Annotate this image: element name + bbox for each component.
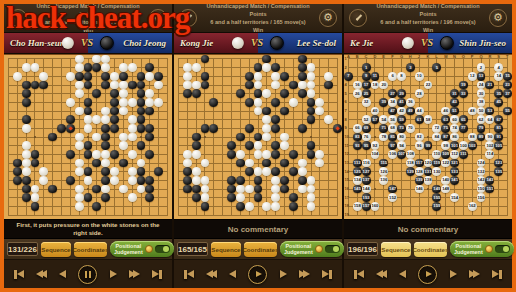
white-stone: 162 (468, 202, 477, 211)
positional-judgement-button[interactable]: Positional Judgement (450, 241, 514, 257)
skip-end-button[interactable] (322, 270, 332, 279)
black-stone: 71 (379, 124, 388, 133)
white-stone (75, 107, 84, 116)
coordinates-button[interactable]: Coordinates (414, 242, 447, 257)
black-stone (13, 167, 22, 176)
black-stone: 137 (362, 176, 371, 185)
black-stone (22, 115, 31, 124)
white-stone: 152 (388, 193, 397, 202)
black-stone: 75 (441, 124, 450, 133)
white-stone: 76 (362, 133, 371, 142)
white-stone (22, 141, 31, 150)
black-stone (236, 176, 245, 185)
fast-forward-button[interactable] (299, 270, 311, 278)
white-stone: 18 (371, 81, 380, 90)
playback-bar (4, 259, 172, 288)
black-stone (289, 167, 298, 176)
black-stone: 129 (406, 167, 415, 176)
go-board[interactable]: ABCDEFGHJKLMNOPQRST123456789101112131415… (344, 54, 512, 220)
white-stone: 80 (397, 133, 406, 142)
black-stone (183, 89, 192, 98)
black-stone: 7 (344, 72, 353, 81)
white-stone: 94 (397, 141, 406, 150)
black-stone (192, 133, 201, 142)
white-stone (262, 167, 271, 176)
white-stone: 108 (406, 150, 415, 159)
fast-rewind-button[interactable] (206, 270, 218, 278)
white-stone (307, 176, 316, 185)
white-stone (84, 124, 93, 133)
white-stone: 114 (485, 150, 494, 159)
sequence-button[interactable]: Sequence (41, 242, 71, 257)
white-stone (271, 185, 280, 194)
white-stone: 132 (477, 167, 486, 176)
white-stone (271, 193, 280, 202)
white-stone (280, 133, 289, 142)
black-stone (280, 176, 289, 185)
white-stone: 48 (468, 107, 477, 116)
positional-toggle[interactable] (495, 245, 510, 253)
match-title: Unhandicapped Match / Compensation Point… (36, 2, 140, 34)
white-stone: 90 (485, 133, 494, 142)
black-stone: 141 (450, 176, 459, 185)
column-letter-label: E (382, 55, 385, 59)
match-title-line1: Unhandicapped Match / Compensation Point… (376, 2, 480, 18)
black-stone: 23 (503, 81, 512, 90)
black-stone: 159 (432, 202, 441, 211)
player-left-name: Ke Jie (350, 38, 373, 48)
white-stone (254, 150, 263, 159)
black-stone (201, 72, 210, 81)
black-stone (227, 176, 236, 185)
pause-icon (78, 265, 97, 284)
step-back-button[interactable] (399, 270, 406, 278)
coin-icon (485, 245, 493, 253)
skip-start-button[interactable] (14, 270, 24, 279)
black-stone: 91 (494, 133, 503, 142)
black-stone (57, 124, 66, 133)
white-stone: 38 (477, 98, 486, 107)
black-stone (137, 89, 146, 98)
white-stone (75, 202, 84, 211)
positional-judgement-button[interactable]: Positional Judgement (110, 241, 174, 257)
black-stone: 3 (406, 63, 415, 72)
white-stone (101, 107, 110, 116)
black-stone (110, 150, 119, 159)
sequence-button[interactable]: Sequence (381, 242, 411, 257)
black-stone: 111 (459, 150, 468, 159)
white-stone (39, 72, 48, 81)
skip-end-icon (159, 270, 162, 279)
black-stone (13, 176, 22, 185)
white-stone (75, 55, 84, 64)
black-stone (110, 115, 119, 124)
white-stone (137, 159, 146, 168)
white-stone (92, 133, 101, 142)
coin-icon (145, 245, 153, 253)
black-stone: 31 (450, 89, 459, 98)
white-stone: 82 (415, 133, 424, 142)
coordinates-button[interactable]: Coordinates (244, 242, 277, 257)
settings-button[interactable]: ⚙ (319, 9, 337, 27)
step-back-button[interactable] (59, 270, 66, 278)
black-stone: 59 (397, 115, 406, 124)
white-stone: 118 (406, 159, 415, 168)
black-stone (201, 202, 210, 211)
black-stone-icon (440, 36, 454, 50)
black-stone (271, 150, 280, 159)
fast-rewind-button[interactable] (376, 270, 388, 278)
black-stone (48, 185, 57, 194)
black-stone: 35 (494, 89, 503, 98)
row-number-label: 17 (345, 196, 349, 200)
gear-icon: ⚙ (153, 12, 163, 23)
white-stone (154, 81, 163, 90)
coin-icon (315, 245, 323, 253)
black-stone-icon (100, 36, 114, 50)
black-stone (145, 193, 154, 202)
skip-start-icon (357, 270, 364, 278)
white-stone (254, 141, 263, 150)
black-stone: 103 (468, 141, 477, 150)
black-stone (280, 89, 289, 98)
white-stone: 26 (353, 89, 362, 98)
white-stone (31, 185, 40, 194)
white-stone: 88 (468, 133, 477, 142)
white-stone (236, 193, 245, 202)
black-stone (183, 167, 192, 176)
player-right-name: Choi Jeong (123, 38, 166, 48)
black-stone (110, 89, 119, 98)
black-stone: 125 (353, 167, 362, 176)
skip-start-button[interactable] (354, 270, 364, 279)
coordinates-button[interactable]: Coordinates (74, 242, 107, 257)
column-letter-label: T (506, 55, 508, 59)
white-stone (84, 176, 93, 185)
black-stone (66, 150, 75, 159)
black-stone: 81 (494, 124, 503, 133)
black-stone (31, 159, 40, 168)
match-title-line1: Unhandicapped Match / Compensation Point… (206, 2, 310, 18)
column-letter-label: R (488, 55, 491, 59)
column-letter-label: G (400, 55, 403, 59)
last-move-marker (68, 126, 73, 131)
black-stone: 5 (432, 63, 441, 72)
white-stone (128, 176, 137, 185)
black-stone (31, 202, 40, 211)
step-forward-icon (450, 270, 457, 278)
back-button[interactable] (349, 9, 367, 27)
black-stone (298, 124, 307, 133)
column-letter-label: P (471, 55, 474, 59)
black-stone (110, 124, 119, 133)
black-stone (280, 72, 289, 81)
white-stone: 116 (362, 159, 371, 168)
row-number-label: 13 (345, 161, 349, 165)
step-forward-button[interactable] (110, 270, 117, 278)
black-stone: 121 (450, 159, 459, 168)
black-stone (192, 141, 201, 150)
black-stone (137, 176, 146, 185)
black-stone: 27 (388, 89, 397, 98)
white-stone (39, 167, 48, 176)
row-number-label: 5 (345, 92, 347, 96)
white-stone (201, 176, 210, 185)
white-stone (183, 150, 192, 159)
white-stone (75, 81, 84, 90)
black-stone (101, 72, 110, 81)
black-stone (128, 81, 137, 90)
pause-button[interactable] (78, 265, 97, 284)
row-number-label: 9 (345, 126, 347, 130)
controls-row: 196/196 Sequence Coordinates Positional … (344, 239, 512, 259)
row-number-label: 10 (345, 135, 349, 139)
go-board[interactable] (174, 54, 342, 220)
black-stone: 107 (397, 150, 406, 159)
fast-forward-button[interactable] (469, 270, 481, 278)
white-stone (271, 202, 280, 211)
white-stone (128, 167, 137, 176)
white-stone: 40 (371, 107, 380, 116)
black-stone (209, 98, 218, 107)
gear-icon: ⚙ (493, 12, 503, 23)
black-stone (201, 81, 210, 90)
white-stone (22, 159, 31, 168)
white-stone: 112 (450, 150, 459, 159)
black-stone (119, 159, 128, 168)
settings-button[interactable]: ⚙ (489, 9, 507, 27)
white-stone (75, 133, 84, 142)
match-title: Unhandicapped Match / Compensation Point… (206, 2, 310, 34)
white-stone (315, 159, 324, 168)
white-stone (254, 81, 263, 90)
black-stone (22, 193, 31, 202)
playback-bar (344, 259, 512, 288)
column-letter-label: O (462, 55, 465, 59)
white-stone (307, 89, 316, 98)
black-stone (84, 107, 93, 116)
white-stone: 156 (477, 193, 486, 202)
white-stone (119, 98, 128, 107)
move-counter: 131/226 (7, 242, 38, 256)
black-stone: 65 (459, 115, 468, 124)
white-stone-icon (402, 37, 414, 49)
star-point (140, 136, 143, 139)
black-stone: 61 (415, 115, 424, 124)
positional-judgement-button[interactable]: Positional Judgement (280, 241, 344, 257)
white-stone (262, 202, 271, 211)
step-back-button[interactable] (229, 270, 236, 278)
white-stone (307, 185, 316, 194)
white-stone (119, 185, 128, 194)
white-stone: 78 (379, 133, 388, 142)
black-stone (262, 159, 271, 168)
column-letter-label: K (427, 55, 430, 59)
black-stone (307, 141, 316, 150)
white-stone (75, 89, 84, 98)
black-stone (101, 81, 110, 90)
black-stone (48, 133, 57, 142)
skip-end-icon (322, 270, 329, 278)
star-point (34, 136, 37, 139)
step-forward-icon (110, 270, 117, 278)
white-stone (307, 193, 316, 202)
play-button[interactable] (418, 265, 437, 284)
sequence-button[interactable]: Sequence (211, 242, 241, 257)
back-chevron-icon (356, 15, 362, 21)
commentary-bar: No commentary (174, 219, 342, 239)
black-stone: 39 (379, 98, 388, 107)
white-stone (119, 89, 128, 98)
black-stone (201, 124, 210, 133)
white-stone: 96 (415, 141, 424, 150)
white-stone: 68 (388, 124, 397, 133)
black-stone: 139 (415, 176, 424, 185)
black-stone (110, 98, 119, 107)
black-stone: 89 (477, 133, 486, 142)
white-stone (201, 193, 210, 202)
star-point (204, 136, 207, 139)
white-stone: 28 (415, 89, 424, 98)
white-stone: 126 (379, 167, 388, 176)
white-stone: 60 (450, 115, 459, 124)
white-stone: 134 (353, 176, 362, 185)
black-stone (84, 98, 93, 107)
white-stone: 92 (371, 141, 380, 150)
pause-icon (85, 271, 87, 278)
white-stone (298, 81, 307, 90)
black-stone: 25 (362, 89, 371, 98)
white-stone (39, 176, 48, 185)
black-stone: 67 (494, 115, 503, 124)
black-stone (298, 176, 307, 185)
black-stone (84, 72, 93, 81)
black-stone (289, 193, 298, 202)
black-stone (245, 72, 254, 81)
black-stone (183, 176, 192, 185)
black-stone: 147 (388, 185, 397, 194)
white-stone (128, 63, 137, 72)
black-stone (101, 124, 110, 133)
app-frame: hack-cheat.org Unhandicapped Match / Com… (0, 0, 516, 292)
white-stone: 128 (415, 167, 424, 176)
black-stone: 21 (485, 81, 494, 90)
black-stone (31, 81, 40, 90)
white-stone (31, 193, 40, 202)
back-button[interactable] (179, 9, 197, 27)
positional-toggle[interactable] (325, 245, 340, 253)
skip-end-button[interactable] (152, 270, 162, 279)
play-icon (256, 271, 262, 277)
step-forward-button[interactable] (450, 270, 457, 278)
fast-forward-button[interactable] (129, 270, 141, 278)
white-stone (245, 202, 254, 211)
fast-forward-icon (303, 270, 310, 278)
black-stone (66, 124, 75, 133)
black-stone (84, 141, 93, 150)
black-stone (154, 72, 163, 81)
playback-bar (174, 259, 342, 288)
black-stone (280, 159, 289, 168)
black-stone (137, 98, 146, 107)
black-stone (92, 159, 101, 168)
white-stone: 52 (362, 115, 371, 124)
white-stone: 8 (397, 72, 406, 81)
black-stone (245, 167, 254, 176)
grid-line (337, 59, 338, 215)
black-stone (236, 159, 245, 168)
white-stone: 62 (477, 115, 486, 124)
white-stone (145, 89, 154, 98)
black-stone (92, 89, 101, 98)
back-button[interactable] (9, 9, 27, 27)
black-stone (280, 185, 289, 194)
skip-end-button[interactable] (492, 270, 502, 279)
black-stone (92, 185, 101, 194)
black-stone: 145 (353, 185, 362, 194)
black-stone (236, 89, 245, 98)
row-number-label: 14 (345, 170, 349, 174)
column-letter-label: B (356, 55, 359, 59)
match-title: Unhandicapped Match / Compensation Point… (376, 2, 480, 34)
white-stone (128, 115, 137, 124)
white-stone (289, 98, 298, 107)
black-stone: 37 (503, 89, 512, 98)
white-stone: 66 (353, 124, 362, 133)
white-stone (262, 133, 271, 142)
black-stone (22, 98, 31, 107)
game-panel-2: Unhandicapped Match / Compensation Point… (174, 4, 342, 288)
white-stone (192, 63, 201, 72)
black-stone: 69 (362, 124, 371, 133)
fast-forward-icon (473, 270, 480, 278)
go-board[interactable] (4, 54, 172, 220)
black-stone (145, 107, 154, 116)
commentary-text: No commentary (228, 225, 288, 234)
step-forward-button[interactable] (280, 270, 287, 278)
positional-judgement-label: Positional Judgement (284, 243, 313, 256)
fast-rewind-button[interactable] (36, 270, 48, 278)
positional-judgement-label: Positional Judgement (114, 243, 143, 256)
black-stone (298, 55, 307, 64)
black-stone (271, 98, 280, 107)
move-counter: 196/196 (347, 242, 378, 256)
black-stone: 133 (450, 167, 459, 176)
white-stone (298, 159, 307, 168)
skip-end-icon (329, 270, 332, 279)
black-stone: 13 (477, 72, 486, 81)
black-stone: 15 (503, 72, 512, 81)
skip-start-button[interactable] (184, 270, 194, 279)
row-number-label: 16 (345, 187, 349, 191)
positional-toggle[interactable] (155, 245, 170, 253)
play-button[interactable] (248, 265, 267, 284)
black-stone (254, 133, 263, 142)
row-number-label: 7 (345, 109, 347, 113)
skip-start-icon (187, 270, 194, 278)
row-number-label: 19 (345, 213, 349, 217)
black-stone: 85 (388, 133, 397, 142)
white-stone (262, 115, 271, 124)
settings-button[interactable]: ⚙ (149, 9, 167, 27)
black-stone (227, 185, 236, 194)
black-stone: 77 (459, 124, 468, 133)
white-stone: 58 (424, 115, 433, 124)
white-stone (119, 133, 128, 142)
white-stone (92, 115, 101, 124)
column-letter-label: N (453, 55, 456, 59)
column-letter-label: Q (480, 55, 483, 59)
